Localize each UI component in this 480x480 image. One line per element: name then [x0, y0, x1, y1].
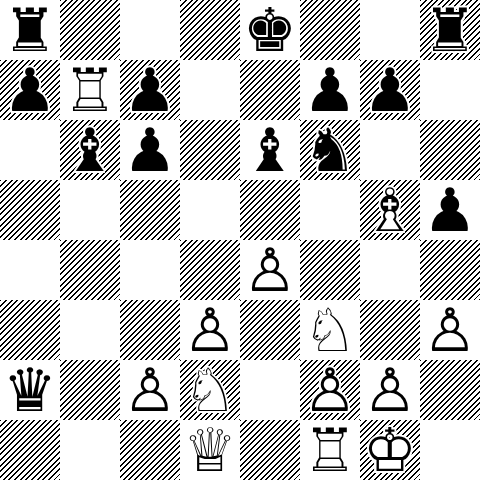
square-h8[interactable]: ♜	[420, 0, 480, 60]
piece-white-knight-fill: ♞	[180, 360, 240, 420]
piece-white-knight-fill: ♞	[300, 300, 360, 360]
square-h7[interactable]	[420, 60, 480, 120]
square-d7[interactable]	[180, 60, 240, 120]
square-b5[interactable]	[60, 180, 120, 240]
square-c1[interactable]	[120, 420, 180, 480]
piece-white-bishop: ♗	[360, 180, 420, 240]
piece-white-rook: ♖	[60, 60, 120, 120]
piece-black-pawn: ♟	[0, 60, 60, 120]
square-f4[interactable]	[300, 240, 360, 300]
square-b2[interactable]	[60, 360, 120, 420]
square-b8[interactable]	[60, 0, 120, 60]
square-g4[interactable]	[360, 240, 420, 300]
square-f7[interactable]: ♟	[300, 60, 360, 120]
square-c7[interactable]: ♟	[120, 60, 180, 120]
square-a2[interactable]: ♛	[0, 360, 60, 420]
square-h4[interactable]	[420, 240, 480, 300]
square-g5[interactable]: ♝♗	[360, 180, 420, 240]
piece-white-pawn-fill: ♟	[180, 300, 240, 360]
square-d1[interactable]: ♛♕	[180, 420, 240, 480]
piece-white-pawn-fill: ♟	[120, 360, 180, 420]
piece-white-rook-fill: ♜	[300, 420, 360, 480]
square-f8[interactable]	[300, 0, 360, 60]
square-h3[interactable]: ♟♙	[420, 300, 480, 360]
piece-white-bishop-fill: ♝	[360, 180, 420, 240]
square-e7[interactable]	[240, 60, 300, 120]
piece-black-rook: ♜	[420, 0, 480, 60]
square-c8[interactable]	[120, 0, 180, 60]
square-f6[interactable]: ♞	[300, 120, 360, 180]
square-e3[interactable]	[240, 300, 300, 360]
piece-white-pawn-fill: ♟	[360, 360, 420, 420]
piece-white-queen: ♕	[180, 420, 240, 480]
square-c2[interactable]: ♟♙	[120, 360, 180, 420]
square-b1[interactable]	[60, 420, 120, 480]
piece-black-pawn: ♟	[300, 60, 360, 120]
square-c5[interactable]	[120, 180, 180, 240]
square-a3[interactable]	[0, 300, 60, 360]
square-b4[interactable]	[60, 240, 120, 300]
square-f3[interactable]: ♞♘	[300, 300, 360, 360]
square-g8[interactable]	[360, 0, 420, 60]
piece-black-pawn: ♟	[120, 60, 180, 120]
piece-black-pawn: ♟	[360, 60, 420, 120]
piece-black-bishop: ♝	[60, 120, 120, 180]
piece-white-pawn-fill: ♟	[300, 360, 360, 420]
piece-white-queen-fill: ♛	[180, 420, 240, 480]
square-e1[interactable]	[240, 420, 300, 480]
square-c6[interactable]: ♟	[120, 120, 180, 180]
piece-white-pawn-fill: ♟	[240, 240, 300, 300]
piece-white-rook-fill: ♜	[60, 60, 120, 120]
square-f2[interactable]: ♟♙	[300, 360, 360, 420]
square-e4[interactable]: ♟♙	[240, 240, 300, 300]
square-h2[interactable]	[420, 360, 480, 420]
square-b3[interactable]	[60, 300, 120, 360]
square-d8[interactable]	[180, 0, 240, 60]
piece-white-knight: ♘	[180, 360, 240, 420]
square-g2[interactable]: ♟♙	[360, 360, 420, 420]
piece-black-king: ♚	[240, 0, 300, 60]
square-d6[interactable]	[180, 120, 240, 180]
square-d2[interactable]: ♞♘	[180, 360, 240, 420]
square-h1[interactable]	[420, 420, 480, 480]
square-e8[interactable]: ♚	[240, 0, 300, 60]
square-e5[interactable]	[240, 180, 300, 240]
piece-white-rook: ♖	[300, 420, 360, 480]
square-g1[interactable]: ♚♔	[360, 420, 420, 480]
piece-black-rook: ♜	[0, 0, 60, 60]
piece-white-knight: ♘	[300, 300, 360, 360]
piece-white-pawn: ♙	[360, 360, 420, 420]
square-a7[interactable]: ♟	[0, 60, 60, 120]
square-g3[interactable]	[360, 300, 420, 360]
square-d3[interactable]: ♟♙	[180, 300, 240, 360]
square-a1[interactable]	[0, 420, 60, 480]
square-f5[interactable]	[300, 180, 360, 240]
square-c3[interactable]	[120, 300, 180, 360]
piece-white-pawn: ♙	[300, 360, 360, 420]
square-c4[interactable]	[120, 240, 180, 300]
piece-white-pawn: ♙	[240, 240, 300, 300]
square-a8[interactable]: ♜	[0, 0, 60, 60]
piece-white-king: ♔	[360, 420, 420, 480]
square-b6[interactable]: ♝	[60, 120, 120, 180]
piece-white-pawn: ♙	[420, 300, 480, 360]
piece-white-pawn: ♙	[180, 300, 240, 360]
square-a6[interactable]	[0, 120, 60, 180]
piece-white-pawn-fill: ♟	[420, 300, 480, 360]
piece-black-pawn: ♟	[120, 120, 180, 180]
piece-black-pawn: ♟	[420, 180, 480, 240]
piece-black-queen: ♛	[0, 360, 60, 420]
square-f1[interactable]: ♜♖	[300, 420, 360, 480]
square-e6[interactable]: ♝	[240, 120, 300, 180]
square-h5[interactable]: ♟	[420, 180, 480, 240]
square-a5[interactable]	[0, 180, 60, 240]
square-d5[interactable]	[180, 180, 240, 240]
square-h6[interactable]	[420, 120, 480, 180]
square-d4[interactable]	[180, 240, 240, 300]
square-g7[interactable]: ♟	[360, 60, 420, 120]
square-g6[interactable]	[360, 120, 420, 180]
piece-white-pawn: ♙	[120, 360, 180, 420]
chess-board: ♜♚♜♟♜♖♟♟♟♝♟♝♞♝♗♟♟♙♟♙♞♘♟♙♛♟♙♞♘♟♙♟♙♛♕♜♖♚♔	[0, 0, 480, 480]
piece-black-bishop: ♝	[240, 120, 300, 180]
square-a4[interactable]	[0, 240, 60, 300]
piece-white-king-fill: ♚	[360, 420, 420, 480]
square-e2[interactable]	[240, 360, 300, 420]
piece-black-knight: ♞	[300, 120, 360, 180]
square-b7[interactable]: ♜♖	[60, 60, 120, 120]
